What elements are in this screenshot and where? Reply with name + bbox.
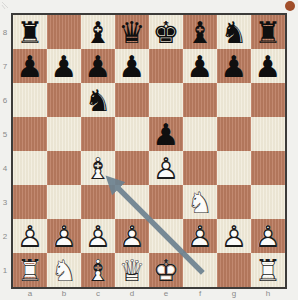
square-d7[interactable]: ♟ (115, 49, 149, 83)
square-g1[interactable] (217, 253, 251, 287)
square-a5[interactable] (13, 117, 47, 151)
square-f4[interactable] (183, 151, 217, 185)
square-d6[interactable] (115, 83, 149, 117)
rank-label-7: 7 (0, 49, 10, 83)
white-pawn-a2: ♟♙ (13, 219, 47, 253)
black-pawn-e5: ♟ (149, 117, 183, 151)
square-f5[interactable] (183, 117, 217, 151)
square-h6[interactable] (251, 83, 285, 117)
white-queen-d1: ♛♕ (115, 253, 149, 287)
square-e8[interactable]: ♚ (149, 15, 183, 49)
square-c8[interactable]: ♝ (81, 15, 115, 49)
square-b5[interactable] (47, 117, 81, 151)
square-c5[interactable] (81, 117, 115, 151)
rank-label-8: 8 (0, 15, 10, 49)
white-knight-b1: ♞♘ (47, 253, 81, 287)
square-f8[interactable]: ♝ (183, 15, 217, 49)
white-rook-a1: ♜♖ (13, 253, 47, 287)
white-pawn-f2: ♟♙ (183, 219, 217, 253)
square-h1[interactable]: ♜♖ (251, 253, 285, 287)
rank-label-3: 3 (0, 185, 10, 219)
square-g6[interactable] (217, 83, 251, 117)
square-d4[interactable] (115, 151, 149, 185)
square-g2[interactable]: ♟♙ (217, 219, 251, 253)
square-f3[interactable]: ♞♘ (183, 185, 217, 219)
file-label-d: d (115, 287, 149, 299)
square-g5[interactable] (217, 117, 251, 151)
file-label-e: e (149, 287, 183, 299)
square-e7[interactable] (149, 49, 183, 83)
square-a2[interactable]: ♟♙ (13, 219, 47, 253)
black-pawn-g7: ♟ (217, 49, 251, 83)
square-g4[interactable] (217, 151, 251, 185)
square-c4[interactable]: ♝♗ (81, 151, 115, 185)
square-h8[interactable]: ♜ (251, 15, 285, 49)
square-g7[interactable]: ♟ (217, 49, 251, 83)
square-e6[interactable] (149, 83, 183, 117)
white-pawn-e4: ♟♙ (149, 151, 183, 185)
black-rook-a8: ♜ (13, 15, 47, 49)
white-pawn-d2: ♟♙ (115, 219, 149, 253)
file-label-h: h (251, 287, 285, 299)
rank-labels: 87654321 (0, 15, 10, 287)
black-pawn-d7: ♟ (115, 49, 149, 83)
rank-label-4: 4 (0, 151, 10, 185)
white-pawn-c2: ♟♙ (81, 219, 115, 253)
file-label-b: b (47, 287, 81, 299)
white-pawn-h2: ♟♙ (251, 219, 285, 253)
square-c7[interactable]: ♟ (81, 49, 115, 83)
file-label-f: f (183, 287, 217, 299)
square-d8[interactable]: ♛ (115, 15, 149, 49)
square-d3[interactable] (115, 185, 149, 219)
corner-smudge-mark (1, 1, 10, 10)
square-a1[interactable]: ♜♖ (13, 253, 47, 287)
square-a8[interactable]: ♜ (13, 15, 47, 49)
square-h2[interactable]: ♟♙ (251, 219, 285, 253)
square-a6[interactable] (13, 83, 47, 117)
chess-app-canvas: 87654321 ♜♝♛♚♝♞♜♟♟♟♟♟♟♟♞♟♝♗♟♙♞♘♟♙♟♙♟♙♟♙♟… (0, 0, 298, 300)
white-knight-f3: ♞♘ (183, 185, 217, 219)
square-f2[interactable]: ♟♙ (183, 219, 217, 253)
file-label-a: a (13, 287, 47, 299)
square-h4[interactable] (251, 151, 285, 185)
black-pawn-a7: ♟ (13, 49, 47, 83)
square-c1[interactable]: ♝♗ (81, 253, 115, 287)
chess-board: ♜♝♛♚♝♞♜♟♟♟♟♟♟♟♞♟♝♗♟♙♞♘♟♙♟♙♟♙♟♙♟♙♟♙♟♙♜♖♞♘… (11, 13, 287, 289)
white-pawn-b2: ♟♙ (47, 219, 81, 253)
file-label-g: g (217, 287, 251, 299)
square-e5[interactable]: ♟ (149, 117, 183, 151)
square-g8[interactable]: ♞ (217, 15, 251, 49)
square-c6[interactable]: ♞ (81, 83, 115, 117)
square-b1[interactable]: ♞♘ (47, 253, 81, 287)
square-d5[interactable] (115, 117, 149, 151)
square-a7[interactable]: ♟ (13, 49, 47, 83)
rank-label-2: 2 (0, 219, 10, 253)
white-bishop-c1: ♝♗ (81, 253, 115, 287)
black-queen-d8: ♛ (115, 15, 149, 49)
square-e1[interactable]: ♚♔ (149, 253, 183, 287)
black-rook-h8: ♜ (251, 15, 285, 49)
square-b7[interactable]: ♟ (47, 49, 81, 83)
black-knight-g8: ♞ (217, 15, 251, 49)
rank-label-1: 1 (0, 253, 10, 287)
square-f6[interactable] (183, 83, 217, 117)
white-king-e1: ♚♔ (149, 253, 183, 287)
white-bishop-c4: ♝♗ (81, 151, 115, 185)
black-pawn-c7: ♟ (81, 49, 115, 83)
square-f7[interactable]: ♟ (183, 49, 217, 83)
black-king-e8: ♚ (149, 15, 183, 49)
square-b8[interactable] (47, 15, 81, 49)
black-pawn-f7: ♟ (183, 49, 217, 83)
square-h7[interactable]: ♟ (251, 49, 285, 83)
black-pawn-b7: ♟ (47, 49, 81, 83)
rank-label-5: 5 (0, 117, 10, 151)
square-g3[interactable] (217, 185, 251, 219)
square-e4[interactable]: ♟♙ (149, 151, 183, 185)
square-c2[interactable]: ♟♙ (81, 219, 115, 253)
board-grid: ♜♝♛♚♝♞♜♟♟♟♟♟♟♟♞♟♝♗♟♙♞♘♟♙♟♙♟♙♟♙♟♙♟♙♟♙♜♖♞♘… (13, 15, 285, 287)
square-b3[interactable] (47, 185, 81, 219)
square-e3[interactable] (149, 185, 183, 219)
white-rook-h1: ♜♖ (251, 253, 285, 287)
black-bishop-f8: ♝ (183, 15, 217, 49)
square-e2[interactable] (149, 219, 183, 253)
black-bishop-c8: ♝ (81, 15, 115, 49)
file-labels: abcdefgh (13, 287, 285, 299)
black-knight-c6: ♞ (81, 83, 115, 117)
square-h5[interactable] (251, 117, 285, 151)
square-d1[interactable]: ♛♕ (115, 253, 149, 287)
square-d2[interactable]: ♟♙ (115, 219, 149, 253)
square-c3[interactable] (81, 185, 115, 219)
square-a3[interactable] (13, 185, 47, 219)
black-pawn-h7: ♟ (251, 49, 285, 83)
square-b6[interactable] (47, 83, 81, 117)
file-label-c: c (81, 287, 115, 299)
square-b4[interactable] (47, 151, 81, 185)
square-h3[interactable] (251, 185, 285, 219)
square-b2[interactable]: ♟♙ (47, 219, 81, 253)
record-dot-icon (285, 1, 295, 11)
rank-label-6: 6 (0, 83, 10, 117)
white-pawn-g2: ♟♙ (217, 219, 251, 253)
square-f1[interactable] (183, 253, 217, 287)
square-a4[interactable] (13, 151, 47, 185)
